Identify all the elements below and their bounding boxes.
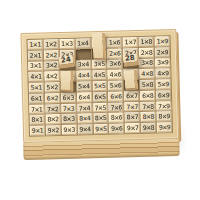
tile-4x8[interactable]: 4×8	[140, 69, 155, 79]
board: 1×11×21×31×41×51×61×71×81×92×12×22×32×62…	[20, 29, 179, 161]
tile-1x1[interactable]: 1×1	[28, 39, 43, 49]
standing-piece[interactable]	[91, 32, 106, 60]
tile-9x1[interactable]: 9×1	[30, 126, 45, 136]
tile-8x3[interactable]: 8×3	[61, 114, 76, 124]
tile-1x8[interactable]: 1×8	[139, 37, 154, 47]
tile-1x3[interactable]: 1×3	[59, 39, 74, 49]
tile-8x7[interactable]: 8×7	[125, 112, 140, 122]
tile-9x4[interactable]: 9×4	[77, 124, 92, 134]
tile-9x8[interactable]: 9×8	[141, 123, 156, 133]
tile-5x2[interactable]: 5×2	[45, 82, 60, 92]
tile-8x6[interactable]: 8×6	[109, 113, 124, 123]
tile-9x9[interactable]: 9×9	[157, 122, 172, 132]
answer-cube-28[interactable]: 28	[123, 53, 140, 67]
tile-9x5[interactable]: 9×5	[93, 124, 108, 134]
tile-9x3[interactable]: 9×3	[62, 125, 77, 135]
tile-4x2[interactable]: 4×2	[44, 71, 59, 81]
tile-6x8[interactable]: 6×8	[140, 90, 155, 100]
tile-5x6[interactable]: 5×6	[108, 81, 123, 91]
standing-piece[interactable]	[60, 71, 73, 92]
tile-6x7[interactable]: 6×7	[124, 91, 139, 101]
board-front-edge	[23, 139, 179, 160]
tile-7x6[interactable]: 7×6	[109, 102, 124, 112]
tile-2x9[interactable]: 2×9	[155, 47, 170, 57]
tile-9x7[interactable]: 9×7	[125, 123, 140, 133]
tile-4x1[interactable]: 4×1	[28, 72, 43, 82]
tile-1x9[interactable]: 1×9	[155, 36, 170, 46]
tile-6x2[interactable]: 6×2	[45, 93, 60, 103]
tile-5x5[interactable]: 5×5	[92, 81, 107, 91]
tile-7x9[interactable]: 7×9	[156, 101, 171, 111]
answer-cube-24[interactable]: 24	[58, 54, 76, 68]
tile-1x6[interactable]: 1×6	[107, 37, 122, 47]
tile-4x4[interactable]: 4×4	[76, 71, 91, 81]
tile-3x4[interactable]: 3×4	[76, 60, 91, 70]
tile-1x4[interactable]: 1×4	[75, 38, 90, 48]
tile-5x9[interactable]: 5×9	[156, 79, 171, 89]
tile-9x6[interactable]: 9×6	[109, 124, 124, 134]
tile-3x5[interactable]: 3×5	[92, 59, 107, 69]
tile-8x9[interactable]: 8×9	[157, 112, 172, 122]
tile-2x8[interactable]: 2×8	[139, 47, 154, 57]
tile-6x4[interactable]: 6×4	[77, 92, 92, 102]
tile-5x4[interactable]: 5×4	[76, 81, 91, 91]
tile-3x8[interactable]: 3×8	[139, 58, 154, 68]
tile-7x7[interactable]: 7×7	[125, 102, 140, 112]
tile-5x8[interactable]: 5×8	[140, 80, 155, 90]
standing-piece[interactable]	[124, 70, 139, 91]
tile-3x1[interactable]: 3×1	[28, 61, 43, 71]
tile-4x9[interactable]: 4×9	[155, 68, 170, 78]
tile-9x2[interactable]: 9×2	[46, 125, 61, 135]
tile-8x8[interactable]: 8×8	[141, 112, 156, 122]
tile-7x4[interactable]: 7×4	[77, 103, 92, 113]
tile-7x2[interactable]: 7×2	[45, 104, 60, 114]
tile-7x1[interactable]: 7×1	[29, 104, 44, 114]
tile-7x8[interactable]: 7×8	[140, 101, 155, 111]
tile-4x5[interactable]: 4×5	[92, 70, 107, 80]
tile-3x9[interactable]: 3×9	[155, 58, 170, 68]
tile-5x1[interactable]: 5×1	[29, 83, 44, 93]
tile-6x6[interactable]: 6×6	[108, 91, 123, 101]
tile-1x2[interactable]: 1×2	[43, 39, 58, 49]
tile-2x1[interactable]: 2×1	[28, 50, 43, 60]
tile-7x5[interactable]: 7×5	[93, 102, 108, 112]
tile-2x6[interactable]: 2×6	[107, 48, 122, 58]
tile-8x5[interactable]: 8×5	[93, 113, 108, 123]
tile-8x2[interactable]: 8×2	[45, 114, 60, 124]
scene: 1×11×21×31×41×51×61×71×81×92×12×22×32×62…	[0, 0, 200, 200]
tile-2x2[interactable]: 2×2	[44, 50, 59, 60]
tile-3x6[interactable]: 3×6	[108, 59, 123, 69]
tile-4x6[interactable]: 4×6	[108, 70, 123, 80]
tile-7x3[interactable]: 7×3	[61, 103, 76, 113]
tile-3x2[interactable]: 3×2	[44, 61, 59, 71]
tile-6x1[interactable]: 6×1	[29, 93, 44, 103]
tile-8x4[interactable]: 8×4	[77, 114, 92, 124]
tile-8x1[interactable]: 8×1	[30, 115, 45, 125]
tile-6x9[interactable]: 6×9	[156, 90, 171, 100]
empty-slot	[75, 49, 90, 59]
tile-1x7[interactable]: 1×7	[123, 37, 138, 47]
tile-6x3[interactable]: 6×3	[61, 93, 76, 103]
tile-6x5[interactable]: 6×5	[92, 92, 107, 102]
